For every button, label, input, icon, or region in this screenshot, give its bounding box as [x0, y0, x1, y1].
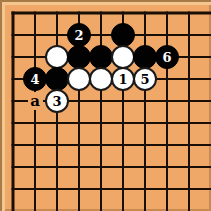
go-board-diagram: 264153 a [0, 0, 211, 211]
labels-layer: a [0, 0, 211, 211]
point-label-a: a [28, 92, 43, 110]
